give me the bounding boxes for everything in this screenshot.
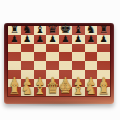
square-h1[interactable]: ♜ (97, 87, 110, 96)
chess-board: ♜♞♝♛♚♝♞♜♟♟♟♟♟♟♟♟♟♟♟♟♟♟♟♟♜♞♝♛♚♝♞♜ (8, 26, 110, 96)
board-shadow (8, 100, 114, 107)
square-a1[interactable]: ♜ (8, 87, 21, 96)
square-d4[interactable] (46, 61, 59, 70)
square-c4[interactable] (34, 61, 47, 70)
white-rook[interactable]: ♜ (98, 83, 110, 96)
board-frame: ♜♞♝♛♚♝♞♜♟♟♟♟♟♟♟♟♟♟♟♟♟♟♟♟♜♞♝♛♚♝♞♜ (4, 23, 114, 104)
square-f7[interactable]: ♟ (72, 35, 85, 44)
square-f6[interactable] (72, 44, 85, 53)
square-d1[interactable]: ♛ (46, 87, 59, 96)
white-bishop[interactable]: ♝ (34, 82, 47, 96)
black-pawn[interactable]: ♟ (49, 35, 57, 44)
black-pawn[interactable]: ♟ (10, 35, 18, 44)
square-f1[interactable]: ♝ (72, 87, 85, 96)
square-b5[interactable] (21, 52, 34, 61)
square-b6[interactable] (21, 44, 34, 53)
square-a5[interactable] (8, 52, 21, 61)
square-d6[interactable] (46, 44, 59, 53)
white-king[interactable]: ♚ (58, 80, 72, 96)
square-g5[interactable] (85, 52, 98, 61)
square-c7[interactable]: ♟ (34, 35, 47, 44)
square-g4[interactable] (85, 61, 98, 70)
black-pawn[interactable]: ♟ (61, 35, 69, 44)
square-c5[interactable] (34, 52, 47, 61)
square-a4[interactable] (8, 61, 21, 70)
square-g1[interactable]: ♞ (85, 87, 98, 96)
square-e4[interactable] (59, 61, 72, 70)
black-pawn[interactable]: ♟ (74, 35, 82, 44)
square-b7[interactable]: ♟ (21, 35, 34, 44)
black-pawn[interactable]: ♟ (100, 35, 108, 44)
square-f4[interactable] (72, 61, 85, 70)
square-a6[interactable] (8, 44, 21, 53)
square-h4[interactable] (97, 61, 110, 70)
white-knight[interactable]: ♞ (21, 82, 34, 96)
square-g6[interactable] (85, 44, 98, 53)
white-rook[interactable]: ♜ (9, 83, 21, 96)
black-pawn[interactable]: ♟ (23, 35, 31, 44)
square-e1[interactable]: ♚ (59, 87, 72, 96)
black-pawn[interactable]: ♟ (87, 35, 95, 44)
square-b1[interactable]: ♞ (21, 87, 34, 96)
square-a7[interactable]: ♟ (8, 35, 21, 44)
black-pawn[interactable]: ♟ (36, 35, 44, 44)
square-g7[interactable]: ♟ (85, 35, 98, 44)
square-h7[interactable]: ♟ (97, 35, 110, 44)
square-c1[interactable]: ♝ (34, 87, 47, 96)
square-b4[interactable] (21, 61, 34, 70)
square-e7[interactable]: ♟ (59, 35, 72, 44)
chess-set-photo: ♜♞♝♛♚♝♞♜♟♟♟♟♟♟♟♟♟♟♟♟♟♟♟♟♜♞♝♛♚♝♞♜ (0, 0, 120, 120)
square-e6[interactable] (59, 44, 72, 53)
white-bishop[interactable]: ♝ (72, 82, 85, 96)
square-h6[interactable] (97, 44, 110, 53)
white-knight[interactable]: ♞ (85, 82, 98, 96)
square-c6[interactable] (34, 44, 47, 53)
square-h5[interactable] (97, 52, 110, 61)
square-d5[interactable] (46, 52, 59, 61)
square-d7[interactable]: ♟ (46, 35, 59, 44)
square-e5[interactable] (59, 52, 72, 61)
square-f5[interactable] (72, 52, 85, 61)
